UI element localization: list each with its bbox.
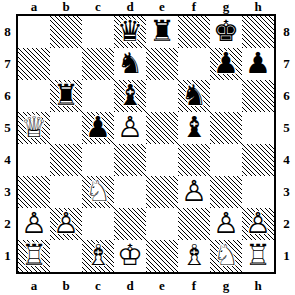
square-b4[interactable]	[50, 144, 82, 176]
white-knight-g1[interactable]: ♞♘	[210, 240, 242, 272]
white-pawn-f3[interactable]: ♟♙	[178, 176, 210, 208]
chess-diagram: abcdefgh 87654321 ♛♜♚♞♟♟♜♝♞♛♕♟♟♙♝♞♘♟♙♟♙♟…	[0, 0, 295, 295]
square-c4[interactable]	[82, 144, 114, 176]
black-knight-icon: ♞	[114, 48, 146, 80]
square-h4[interactable]	[242, 144, 274, 176]
rank-label-6: 6	[279, 80, 294, 112]
white-bishop-outline-icon: ♗	[178, 240, 210, 272]
white-rook-h1[interactable]: ♜♖	[242, 240, 274, 272]
black-bishop-icon: ♝	[114, 80, 146, 112]
square-e7[interactable]	[146, 48, 178, 80]
white-pawn-icon: ♟	[114, 112, 146, 144]
white-bishop-icon: ♝	[178, 240, 210, 272]
white-bishop-outline-icon: ♗	[82, 240, 114, 272]
white-queen-icon: ♛	[18, 112, 50, 144]
file-label-d: d	[114, 279, 146, 293]
white-pawn-h2[interactable]: ♟♙	[242, 208, 274, 240]
rank-label-7: 7	[0, 48, 15, 80]
file-label-a: a	[18, 0, 50, 14]
square-d3[interactable]	[114, 176, 146, 208]
white-pawn-b2[interactable]: ♟♙	[50, 208, 82, 240]
rank-label-1: 1	[0, 240, 15, 272]
file-label-c: c	[82, 279, 114, 293]
square-g6[interactable]	[210, 80, 242, 112]
white-pawn-icon: ♟	[50, 208, 82, 240]
black-rook-icon: ♜	[50, 80, 82, 112]
square-f8[interactable]	[178, 16, 210, 48]
rank-label-2: 2	[0, 208, 15, 240]
black-knight-icon: ♞	[178, 80, 210, 112]
black-knight-f6[interactable]: ♞	[178, 80, 210, 112]
rank-label-3: 3	[0, 176, 15, 208]
white-pawn-outline-icon: ♙	[18, 208, 50, 240]
white-king-outline-icon: ♔	[114, 240, 146, 272]
white-bishop-c1[interactable]: ♝♗	[82, 240, 114, 272]
square-c2[interactable]	[82, 208, 114, 240]
rank-label-7: 7	[279, 48, 294, 80]
white-pawn-d5[interactable]: ♟♙	[114, 112, 146, 144]
white-bishop-icon: ♝	[82, 240, 114, 272]
white-rook-icon: ♜	[242, 240, 274, 272]
rank-labels-right: 87654321	[279, 16, 294, 272]
square-d2[interactable]	[114, 208, 146, 240]
square-a4[interactable]	[18, 144, 50, 176]
white-pawn-outline-icon: ♙	[210, 208, 242, 240]
rank-label-5: 5	[0, 112, 15, 144]
white-pawn-outline-icon: ♙	[50, 208, 82, 240]
square-d4[interactable]	[114, 144, 146, 176]
white-pawn-outline-icon: ♙	[178, 176, 210, 208]
square-c7[interactable]	[82, 48, 114, 80]
square-b7[interactable]	[50, 48, 82, 80]
square-b1[interactable]	[50, 240, 82, 272]
file-label-d: d	[114, 0, 146, 14]
white-pawn-g2[interactable]: ♟♙	[210, 208, 242, 240]
file-label-g: g	[210, 0, 242, 14]
square-a6[interactable]	[18, 80, 50, 112]
black-pawn-icon: ♟	[242, 48, 274, 80]
file-label-f: f	[178, 279, 210, 293]
square-a7[interactable]	[18, 48, 50, 80]
white-pawn-icon: ♟	[242, 208, 274, 240]
square-g5[interactable]	[210, 112, 242, 144]
file-labels-bottom: abcdefgh	[18, 279, 274, 293]
file-label-a: a	[18, 279, 50, 293]
black-bishop-icon: ♝	[178, 112, 210, 144]
black-pawn-icon: ♟	[82, 112, 114, 144]
white-rook-outline-icon: ♖	[18, 240, 50, 272]
black-pawn-icon: ♟	[210, 48, 242, 80]
square-f2[interactable]	[178, 208, 210, 240]
white-bishop-f1[interactable]: ♝♗	[178, 240, 210, 272]
rank-label-2: 2	[279, 208, 294, 240]
white-pawn-a2[interactable]: ♟♙	[18, 208, 50, 240]
white-rook-outline-icon: ♖	[242, 240, 274, 272]
file-label-b: b	[50, 0, 82, 14]
square-e4[interactable]	[146, 144, 178, 176]
white-pawn-outline-icon: ♙	[114, 112, 146, 144]
file-label-c: c	[82, 0, 114, 14]
square-f7[interactable]	[178, 48, 210, 80]
rank-label-8: 8	[279, 16, 294, 48]
black-knight-d7[interactable]: ♞	[114, 48, 146, 80]
square-b3[interactable]	[50, 176, 82, 208]
chess-board: ♛♜♚♞♟♟♜♝♞♛♕♟♟♙♝♞♘♟♙♟♙♟♙♟♙♟♙♜♖♝♗♚♔♝♗♞♘♜♖	[16, 14, 276, 274]
rank-label-4: 4	[0, 144, 15, 176]
white-knight-outline-icon: ♘	[82, 176, 114, 208]
white-king-icon: ♚	[114, 240, 146, 272]
white-rook-a1[interactable]: ♜♖	[18, 240, 50, 272]
square-a3[interactable]	[18, 176, 50, 208]
square-e6[interactable]	[146, 80, 178, 112]
black-king-icon: ♚	[210, 16, 242, 48]
file-label-g: g	[210, 279, 242, 293]
file-label-f: f	[178, 0, 210, 14]
white-pawn-icon: ♟	[18, 208, 50, 240]
square-c6[interactable]	[82, 80, 114, 112]
white-king-d1[interactable]: ♚♔	[114, 240, 146, 272]
rank-label-8: 8	[0, 16, 15, 48]
square-h3[interactable]	[242, 176, 274, 208]
black-queen-icon: ♛	[114, 16, 146, 48]
square-h5[interactable]	[242, 112, 274, 144]
square-a8[interactable]	[18, 16, 50, 48]
white-pawn-icon: ♟	[210, 208, 242, 240]
rank-label-4: 4	[279, 144, 294, 176]
file-label-h: h	[242, 279, 274, 293]
square-e2[interactable]	[146, 208, 178, 240]
rank-label-3: 3	[279, 176, 294, 208]
white-pawn-outline-icon: ♙	[242, 208, 274, 240]
file-labels-top: abcdefgh	[18, 0, 274, 14]
white-queen-outline-icon: ♕	[18, 112, 50, 144]
rank-label-5: 5	[279, 112, 294, 144]
black-bishop-f5[interactable]: ♝	[178, 112, 210, 144]
white-knight-c3[interactable]: ♞♘	[82, 176, 114, 208]
black-pawn-c5[interactable]: ♟	[82, 112, 114, 144]
white-knight-icon: ♞	[210, 240, 242, 272]
black-king-g8[interactable]: ♚	[210, 16, 242, 48]
square-g3[interactable]	[210, 176, 242, 208]
square-g4[interactable]	[210, 144, 242, 176]
file-label-e: e	[146, 0, 178, 14]
square-h8[interactable]	[242, 16, 274, 48]
square-h6[interactable]	[242, 80, 274, 112]
square-e3[interactable]	[146, 176, 178, 208]
white-pawn-icon: ♟	[178, 176, 210, 208]
black-bishop-d6[interactable]: ♝	[114, 80, 146, 112]
black-queen-d8[interactable]: ♛	[114, 16, 146, 48]
black-pawn-g7[interactable]: ♟	[210, 48, 242, 80]
black-rook-icon: ♜	[146, 16, 178, 48]
file-label-e: e	[146, 279, 178, 293]
white-knight-outline-icon: ♘	[210, 240, 242, 272]
white-queen-a5[interactable]: ♛♕	[18, 112, 50, 144]
black-rook-e8[interactable]: ♜	[146, 16, 178, 48]
black-rook-b6[interactable]: ♜	[50, 80, 82, 112]
white-rook-icon: ♜	[18, 240, 50, 272]
square-b5[interactable]	[50, 112, 82, 144]
rank-label-6: 6	[0, 80, 15, 112]
square-e1[interactable]	[146, 240, 178, 272]
square-f4[interactable]	[178, 144, 210, 176]
rank-label-1: 1	[279, 240, 294, 272]
white-knight-icon: ♞	[82, 176, 114, 208]
square-c8[interactable]	[82, 16, 114, 48]
rank-labels-left: 87654321	[0, 16, 15, 272]
file-label-b: b	[50, 279, 82, 293]
square-e5[interactable]	[146, 112, 178, 144]
square-b8[interactable]	[50, 16, 82, 48]
file-label-h: h	[242, 0, 274, 14]
black-pawn-h7[interactable]: ♟	[242, 48, 274, 80]
